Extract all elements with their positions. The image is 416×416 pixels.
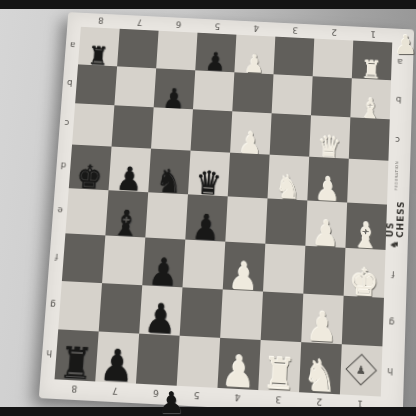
square-b7[interactable] (114, 66, 156, 107)
square-d7[interactable]: ♟ (109, 147, 152, 193)
us-chess-branding: ♞US CHESSFEDERATION (386, 161, 406, 251)
square-a7[interactable] (117, 29, 158, 69)
square-e8[interactable] (65, 188, 108, 235)
square-h7[interactable]: ♟ (95, 331, 139, 383)
captured-white-pawn[interactable]: ♟ (394, 32, 416, 58)
square-g3[interactable] (261, 292, 304, 343)
square-e1[interactable]: ♝ (345, 203, 387, 250)
chess-board: 87654321a♜♟♟♜ab♟♝bc♟♛cd♚♟♞♛♞♟♞US CHESSFE… (39, 12, 414, 416)
square-b3[interactable] (272, 74, 313, 115)
board-border-corner (39, 379, 55, 397)
square-g6[interactable]: ♟ (139, 285, 182, 335)
square-e6[interactable] (145, 192, 188, 239)
square-f2[interactable] (303, 246, 345, 296)
photo-bottom-dark-band (0, 407, 416, 416)
square-f4[interactable]: ♟ (223, 242, 266, 292)
us-chess-pawn-diamond-logo-icon: ♟ (345, 353, 377, 385)
square-h1[interactable]: ♟ (340, 344, 382, 396)
square-a1[interactable]: ♜ (352, 41, 392, 81)
square-f7[interactable] (102, 235, 145, 285)
square-f6[interactable]: ♟ (142, 237, 185, 287)
file-label-right-h: h (381, 346, 400, 397)
square-d4[interactable] (228, 153, 270, 199)
square-f5[interactable] (182, 240, 225, 290)
rank-label-bottom-7: 7 (94, 381, 136, 401)
square-b2[interactable] (311, 76, 352, 117)
square-c6[interactable] (151, 107, 193, 150)
square-e4[interactable] (225, 196, 267, 243)
square-f8[interactable] (62, 233, 106, 283)
rank-label-bottom-8: 8 (53, 379, 95, 399)
square-g5[interactable] (180, 287, 223, 338)
file-label-right-b: b (390, 80, 408, 120)
knight-logo-icon: ♞ (388, 239, 400, 251)
square-h5[interactable] (177, 336, 220, 388)
square-d5[interactable]: ♛ (188, 151, 230, 197)
square-c1[interactable] (349, 117, 390, 160)
square-a2[interactable] (313, 39, 354, 79)
file-label-right-f: f (384, 250, 403, 299)
square-a3[interactable] (274, 37, 315, 77)
square-g1[interactable] (342, 296, 384, 347)
square-h2[interactable]: ♞ (299, 342, 342, 394)
brand-federation-text: FEDERATION (393, 161, 399, 191)
square-b8[interactable] (75, 64, 117, 105)
square-g7[interactable] (99, 283, 143, 333)
square-b6[interactable]: ♟ (154, 68, 196, 109)
captured-black-pawn[interactable]: ♟ (158, 388, 185, 416)
square-d8[interactable]: ♚ (69, 145, 112, 191)
square-c8[interactable] (72, 103, 114, 146)
brand-name: US CHESS (384, 190, 405, 238)
file-label-right-c: c (388, 119, 406, 161)
square-d1[interactable] (347, 159, 388, 205)
square-f1[interactable]: ♚ (344, 248, 386, 298)
square-h6[interactable] (136, 334, 180, 386)
square-g2[interactable]: ♟ (301, 294, 343, 345)
square-d6[interactable]: ♞ (148, 149, 190, 195)
square-f3[interactable] (263, 244, 305, 294)
square-c2[interactable]: ♛ (309, 115, 350, 158)
square-g4[interactable] (220, 289, 263, 340)
rank-label-bottom-4: 4 (217, 388, 259, 408)
square-c4[interactable]: ♟ (230, 111, 272, 154)
square-d2[interactable]: ♟ (307, 157, 348, 203)
square-h3[interactable]: ♜ (258, 340, 301, 392)
square-b1[interactable]: ♝ (350, 78, 391, 119)
square-h8[interactable]: ♜ (55, 329, 99, 381)
square-a8[interactable]: ♜ (78, 27, 120, 67)
square-e5[interactable]: ♟ (185, 194, 227, 241)
square-c5[interactable] (191, 109, 233, 152)
square-e7[interactable]: ♝ (105, 190, 148, 237)
square-a6[interactable] (156, 31, 197, 71)
square-e2[interactable]: ♟ (305, 200, 347, 247)
photo-top-dark-band (0, 0, 416, 9)
square-b4[interactable] (232, 72, 273, 113)
photo-of-chess-position: { "game": "chess", "scene_title": "Overh… (0, 0, 416, 416)
square-e3[interactable] (265, 198, 307, 245)
square-d3[interactable]: ♞ (268, 155, 310, 201)
file-label-right-g: g (382, 298, 401, 347)
square-h4[interactable]: ♟ (217, 338, 260, 390)
square-c3[interactable] (270, 113, 311, 156)
square-a4[interactable]: ♟ (234, 35, 275, 75)
square-c7[interactable] (112, 105, 154, 148)
square-b5[interactable] (193, 70, 234, 111)
board-border-corner (67, 12, 82, 27)
square-g8[interactable] (58, 281, 102, 331)
square-a5[interactable]: ♟ (195, 33, 236, 73)
